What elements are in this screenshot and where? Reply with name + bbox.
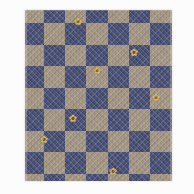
- board-cell-b3: [44, 45, 65, 67]
- board-cell-g1: [150, 10, 172, 23]
- board-cell-a1: [25, 10, 44, 23]
- board-cell-f4: [129, 66, 150, 88]
- board-cell-a5: [25, 88, 44, 110]
- product-photo: ✿✿✿✿✿✿✿: [0, 0, 194, 194]
- board-cell-c2: [65, 23, 86, 45]
- board-cell-g7: [150, 131, 172, 153]
- board-cell-d2: [86, 23, 107, 45]
- board-cell-e2: [108, 23, 129, 45]
- board-cell-d7: [86, 131, 107, 153]
- board-cell-a6: [25, 109, 44, 131]
- board-cell-c3: [65, 45, 86, 67]
- board-cell-g4: [150, 66, 172, 88]
- board-cell-f9: [129, 174, 150, 181]
- board-cell-d4: [86, 66, 107, 88]
- board-cell-e5: [108, 88, 129, 110]
- board-cell-b8: [44, 152, 65, 174]
- board-cell-f6: [129, 109, 150, 131]
- board-cell-f7: [129, 131, 150, 153]
- board-cell-e9: [108, 174, 129, 181]
- board-cell-g9: [150, 174, 172, 181]
- board-cell-d3: [86, 45, 107, 67]
- board-cell-c8: [65, 152, 86, 174]
- board-cell-b1: [44, 10, 65, 23]
- board-cell-b9: [44, 174, 65, 181]
- board-cell-e1: [108, 10, 129, 23]
- board-cell-g8: [150, 152, 172, 174]
- board-cell-b6: [44, 109, 65, 131]
- board-cell-a3: [25, 45, 44, 67]
- board-cell-b7: [44, 131, 65, 153]
- board-cell-e6: [108, 109, 129, 131]
- board-cell-a7: [25, 131, 44, 153]
- board-cell-d1: [86, 10, 107, 23]
- board-cell-a4: [25, 66, 44, 88]
- board-cell-a9: [25, 174, 44, 181]
- board-cell-c1: [65, 10, 86, 23]
- board-cell-c6: [65, 109, 86, 131]
- board-cell-c4: [65, 66, 86, 88]
- board-cell-b4: [44, 66, 65, 88]
- checkered-fabric-board: ✿✿✿✿✿✿✿: [25, 10, 172, 181]
- board-cell-e8: [108, 152, 129, 174]
- board-cell-e4: [108, 66, 129, 88]
- board-cell-a8: [25, 152, 44, 174]
- board-cell-e7: [108, 131, 129, 153]
- board-cell-f5: [129, 88, 150, 110]
- board-cell-d9: [86, 174, 107, 181]
- board-cell-b5: [44, 88, 65, 110]
- board-cell-e3: [108, 45, 129, 67]
- board-cell-a2: [25, 23, 44, 45]
- board-cell-f8: [129, 152, 150, 174]
- board-cell-c5: [65, 88, 86, 110]
- board-cell-b2: [44, 23, 65, 45]
- board-cell-d8: [86, 152, 107, 174]
- board-cell-g6: [150, 109, 172, 131]
- board-cell-f1: [129, 10, 150, 23]
- board-cell-g5: [150, 88, 172, 110]
- board-cell-c9: [65, 174, 86, 181]
- board-cell-d6: [86, 109, 107, 131]
- board-cell-f3: [129, 45, 150, 67]
- board-cell-d5: [86, 88, 107, 110]
- board-cell-g2: [150, 23, 172, 45]
- board-cell-f2: [129, 23, 150, 45]
- board-cell-g3: [150, 45, 172, 67]
- board-cell-c7: [65, 131, 86, 153]
